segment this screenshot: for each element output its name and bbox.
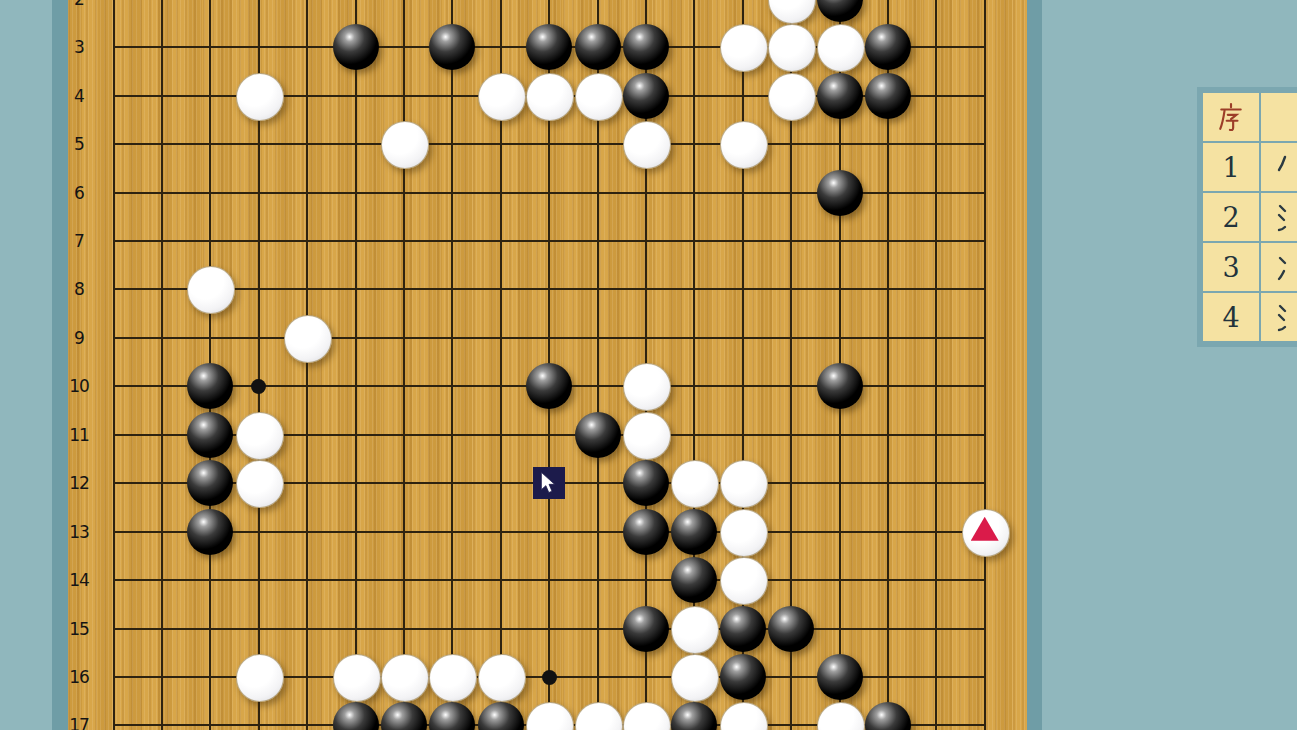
grid-line-horizontal	[113, 143, 986, 145]
black-stone	[865, 73, 911, 119]
go-board-surface[interactable]: 234567891011121314151617	[68, 0, 1027, 730]
table-row-text-clipped[interactable]	[1261, 243, 1297, 291]
black-stone	[575, 24, 621, 70]
grid-line-vertical	[403, 0, 405, 730]
table-row-number[interactable]: 4	[1203, 293, 1259, 341]
white-stone	[236, 460, 284, 508]
grid-line-horizontal	[113, 288, 986, 290]
white-stone	[720, 509, 768, 557]
table-row-number[interactable]: 2	[1203, 193, 1259, 241]
black-stone	[333, 24, 379, 70]
white-stone	[623, 412, 671, 460]
white-stone	[575, 73, 623, 121]
grid-line-horizontal	[113, 337, 986, 339]
row-label: 3	[59, 37, 99, 57]
black-stone	[768, 606, 814, 652]
table-row-text-clipped[interactable]	[1261, 293, 1297, 341]
black-stone	[817, 73, 863, 119]
table-row-text-clipped[interactable]	[1261, 193, 1297, 241]
black-stone	[526, 24, 572, 70]
grid-line-horizontal	[113, 531, 986, 533]
row-label: 14	[59, 570, 99, 590]
black-stone	[865, 702, 911, 730]
black-stone	[526, 363, 572, 409]
black-stone	[817, 170, 863, 216]
white-stone	[236, 73, 284, 121]
black-stone	[187, 460, 233, 506]
mouse-cursor-square	[533, 467, 565, 499]
white-stone	[671, 460, 719, 508]
white-stone	[478, 73, 526, 121]
black-stone	[478, 702, 524, 730]
row-label: 10	[59, 376, 99, 396]
row-label: 11	[59, 425, 99, 445]
row-label: 9	[59, 328, 99, 348]
white-stone	[526, 73, 574, 121]
row-label: 8	[59, 279, 99, 299]
black-stone	[575, 412, 621, 458]
white-stone	[333, 654, 381, 702]
right-board-edge-band	[1027, 0, 1042, 730]
black-stone	[381, 702, 427, 730]
white-stone	[720, 121, 768, 169]
black-stone	[429, 702, 475, 730]
star-point	[542, 670, 557, 685]
app-window: { "game": "Go (Weiqi), 19x19 board, part…	[0, 0, 1297, 730]
row-label: 6	[59, 183, 99, 203]
white-stone	[284, 315, 332, 363]
white-stone	[768, 0, 816, 24]
grid-line-horizontal	[113, 240, 986, 242]
white-stone	[817, 24, 865, 72]
black-stone	[671, 702, 717, 730]
move-list-table: 1234	[1197, 87, 1297, 347]
white-stone	[575, 702, 623, 730]
table-row-number[interactable]: 3	[1203, 243, 1259, 291]
row-label: 16	[59, 667, 99, 687]
row-label: 4	[59, 86, 99, 106]
row-label: 5	[59, 134, 99, 154]
black-stone	[720, 606, 766, 652]
grid-line-vertical	[451, 0, 453, 730]
mouse-arrow-icon	[538, 471, 558, 495]
black-stone	[333, 702, 379, 730]
table-header-xu	[1203, 93, 1259, 141]
black-stone	[623, 24, 669, 70]
black-stone	[671, 557, 717, 603]
row-label: 13	[59, 522, 99, 542]
grid-line-vertical	[113, 0, 115, 730]
white-stone	[817, 702, 865, 730]
white-stone	[768, 24, 816, 72]
grid-line-vertical	[161, 0, 163, 730]
black-stone	[623, 606, 669, 652]
row-label: 17	[59, 715, 99, 730]
black-stone	[720, 654, 766, 700]
white-stone	[236, 412, 284, 460]
row-label: 15	[59, 619, 99, 639]
black-stone	[429, 24, 475, 70]
white-stone	[720, 24, 768, 72]
white-stone	[381, 654, 429, 702]
grid-line-vertical	[984, 0, 986, 730]
black-stone	[817, 654, 863, 700]
xu-header-glyph	[1218, 103, 1244, 131]
row-label: 12	[59, 473, 99, 493]
table-row-text-clipped[interactable]	[1261, 143, 1297, 191]
white-stone	[768, 73, 816, 121]
black-stone	[817, 363, 863, 409]
white-stone	[236, 654, 284, 702]
black-stone	[623, 509, 669, 555]
black-stone	[187, 412, 233, 458]
black-stone	[187, 363, 233, 409]
white-stone	[478, 654, 526, 702]
white-stone	[623, 702, 671, 730]
white-stone	[720, 460, 768, 508]
black-stone	[817, 0, 863, 22]
table-row-number[interactable]: 1	[1203, 143, 1259, 191]
white-stone	[526, 702, 574, 730]
white-stone	[671, 606, 719, 654]
row-label: 7	[59, 231, 99, 251]
white-stone	[623, 363, 671, 411]
white-stone	[381, 121, 429, 169]
white-stone	[671, 654, 719, 702]
white-stone	[429, 654, 477, 702]
grid-line-vertical	[306, 0, 308, 730]
grid-line-horizontal	[113, 579, 986, 581]
white-stone	[720, 702, 768, 730]
white-stone	[720, 557, 768, 605]
black-stone	[623, 460, 669, 506]
star-point	[251, 379, 266, 394]
grid-line-vertical	[355, 0, 357, 730]
black-stone	[671, 509, 717, 555]
black-stone	[187, 509, 233, 555]
white-stone	[187, 266, 235, 314]
black-stone	[865, 24, 911, 70]
grid-line-vertical	[935, 0, 937, 730]
left-background-strip	[0, 0, 52, 730]
row-label: 2	[59, 0, 99, 9]
white-stone	[623, 121, 671, 169]
black-stone	[623, 73, 669, 119]
grid-line-horizontal	[113, 628, 986, 630]
table-header-col2-clipped	[1261, 93, 1297, 141]
